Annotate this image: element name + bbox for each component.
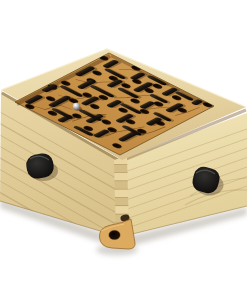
product-photo-labyrinth-game — [0, 0, 247, 296]
tray-ball-hole — [109, 230, 120, 239]
steel-ball — [73, 103, 80, 110]
ball-highlight — [75, 104, 77, 106]
